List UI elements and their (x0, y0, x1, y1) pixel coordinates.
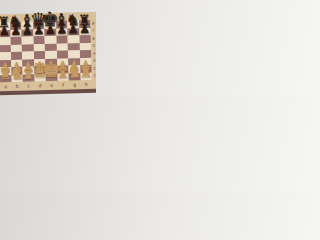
board-squares: ♜♞♝♛♚♝♞♜♟♟♟♟♟♟♟♟♟♟♟♟♟♟♟♟♜♞♝♛♚♝♞♜ (0, 20, 92, 82)
square-a1: ♜ (0, 74, 11, 82)
rank-label-2: 2 (92, 65, 96, 73)
rank-label-4: 4 (91, 50, 96, 58)
rank-label-3: 3 (92, 57, 96, 65)
square-h1: ♜ (80, 72, 92, 80)
square-c1: ♝ (23, 74, 35, 82)
file-label-d: d (34, 82, 46, 91)
rank-label-7: 7 (91, 27, 96, 35)
file-label-g: g (69, 81, 81, 90)
square-f1: ♝ (57, 73, 69, 81)
chess-board: ♜♞♝♛♚♝♞♜♟♟♟♟♟♟♟♟♟♟♟♟♟♟♟♟♜♞♝♛♚♝♞♜ abcdefg… (0, 12, 96, 96)
square-e1: ♚ (46, 73, 58, 81)
file-label-f: f (57, 81, 69, 90)
file-label-c: c (23, 82, 35, 91)
rank-label-5: 5 (91, 42, 96, 50)
square-d1: ♛ (34, 74, 46, 82)
file-label-a: a (0, 82, 11, 91)
file-label-h: h (80, 80, 92, 89)
rank-label-1: 1 (92, 72, 96, 80)
square-b1: ♞ (11, 74, 23, 82)
rank-label-6: 6 (91, 35, 96, 43)
file-label-b: b (11, 82, 23, 91)
photo-background: { "game": "chess", "description": "Overh… (0, 0, 96, 96)
rank-labels: 87654321 (91, 20, 96, 80)
rank-label-8: 8 (91, 20, 96, 28)
square-g1: ♞ (69, 73, 81, 81)
file-label-e: e (46, 81, 58, 90)
